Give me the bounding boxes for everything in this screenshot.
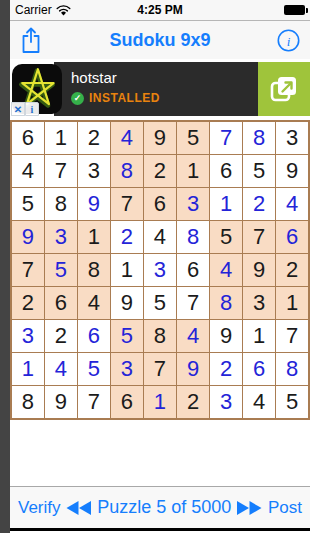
blank-area	[10, 420, 310, 486]
cell-r3c1[interactable]: 5	[12, 188, 44, 220]
cell-r9c7[interactable]: 3	[210, 386, 242, 418]
cell-r4c3[interactable]: 1	[78, 221, 110, 253]
bottom-letterbox	[10, 528, 310, 531]
ad-install-status: INSTALLED	[89, 91, 160, 105]
ad-close-button[interactable]: ✕	[11, 102, 25, 116]
cell-r9c9[interactable]: 5	[276, 386, 308, 418]
puzzle-counter: Puzzle 5 of 5000	[97, 497, 231, 518]
share-icon	[20, 27, 42, 54]
cell-r1c2[interactable]: 1	[45, 122, 77, 154]
next-puzzle-button[interactable]	[236, 500, 263, 516]
cell-r6c7[interactable]: 8	[210, 287, 242, 319]
cell-r9c3[interactable]: 7	[78, 386, 110, 418]
cell-r1c6[interactable]: 5	[177, 122, 209, 154]
adchoices-icon[interactable]: i	[25, 102, 39, 116]
cell-r1c1[interactable]: 6	[12, 122, 44, 154]
cell-r4c7[interactable]: 5	[210, 221, 242, 253]
open-external-icon	[268, 73, 300, 105]
share-button[interactable]	[20, 27, 42, 54]
cell-r3c5[interactable]: 6	[144, 188, 176, 220]
previous-puzzle-button[interactable]	[65, 500, 92, 516]
status-bar: Carrier 4:25 PM	[10, 0, 310, 21]
cell-r2c9[interactable]: 9	[276, 155, 308, 187]
cell-r5c2[interactable]: 5	[45, 254, 77, 286]
cell-r8c4[interactable]: 3	[111, 353, 143, 385]
cell-r5c5[interactable]: 3	[144, 254, 176, 286]
cell-r8c3[interactable]: 5	[78, 353, 110, 385]
cell-r2c8[interactable]: 5	[243, 155, 275, 187]
cell-r9c5[interactable]: 1	[144, 386, 176, 418]
cell-r5c1[interactable]: 7	[12, 254, 44, 286]
cell-r8c1[interactable]: 1	[12, 353, 44, 385]
cell-r4c9[interactable]: 6	[276, 221, 308, 253]
cell-r2c7[interactable]: 6	[210, 155, 242, 187]
cell-r6c4[interactable]: 9	[111, 287, 143, 319]
installed-check-icon: ✓	[71, 92, 84, 105]
cell-r8c8[interactable]: 6	[243, 353, 275, 385]
cell-r3c4[interactable]: 7	[111, 188, 143, 220]
page-title: Sudoku 9x9	[10, 30, 310, 51]
cell-r5c9[interactable]: 2	[276, 254, 308, 286]
cell-r4c5[interactable]: 4	[144, 221, 176, 253]
cell-r7c5[interactable]: 8	[144, 320, 176, 352]
cell-r3c9[interactable]: 4	[276, 188, 308, 220]
cell-r2c6[interactable]: 1	[177, 155, 209, 187]
cell-r7c9[interactable]: 7	[276, 320, 308, 352]
cell-r9c1[interactable]: 8	[12, 386, 44, 418]
cell-r1c3[interactable]: 2	[78, 122, 110, 154]
cell-r6c1[interactable]: 2	[12, 287, 44, 319]
cell-r1c4[interactable]: 4	[111, 122, 143, 154]
bottom-toolbar: Verify Puzzle 5 of 5000 Post	[10, 486, 310, 528]
cell-r3c6[interactable]: 3	[177, 188, 209, 220]
ad-app-name: hotstar	[71, 69, 160, 86]
info-icon: i	[277, 29, 300, 52]
navigation-bar: Sudoku 9x9 i	[10, 21, 310, 59]
sudoku-board: 6124957834738216595897631249312485767581…	[10, 120, 310, 420]
cell-r9c2[interactable]: 9	[45, 386, 77, 418]
carrier-label: Carrier	[15, 3, 52, 17]
cell-r9c8[interactable]: 4	[243, 386, 275, 418]
cell-r1c9[interactable]: 3	[276, 122, 308, 154]
cell-r7c8[interactable]: 1	[243, 320, 275, 352]
cell-r5c3[interactable]: 8	[78, 254, 110, 286]
cell-r3c2[interactable]: 8	[45, 188, 77, 220]
cell-r3c8[interactable]: 2	[243, 188, 275, 220]
cell-r6c8[interactable]: 3	[243, 287, 275, 319]
cell-r8c7[interactable]: 2	[210, 353, 242, 385]
cell-r8c5[interactable]: 7	[144, 353, 176, 385]
ad-open-button[interactable]	[258, 62, 310, 116]
cell-r7c2[interactable]: 2	[45, 320, 77, 352]
cell-r3c7[interactable]: 1	[210, 188, 242, 220]
cell-r5c7[interactable]: 4	[210, 254, 242, 286]
verify-button[interactable]: Verify	[18, 498, 61, 518]
cell-r4c2[interactable]: 3	[45, 221, 77, 253]
cell-r7c7[interactable]: 9	[210, 320, 242, 352]
cell-r8c2[interactable]: 4	[45, 353, 77, 385]
cell-r4c1[interactable]: 9	[12, 221, 44, 253]
wifi-icon	[56, 5, 71, 16]
cell-r4c8[interactable]: 7	[243, 221, 275, 253]
cell-r4c6[interactable]: 8	[177, 221, 209, 253]
cell-r6c3[interactable]: 4	[78, 287, 110, 319]
cell-r2c3[interactable]: 3	[78, 155, 110, 187]
cell-r7c6[interactable]: 4	[177, 320, 209, 352]
cell-r3c3[interactable]: 9	[78, 188, 110, 220]
cell-r8c6[interactable]: 9	[177, 353, 209, 385]
cell-r8c9[interactable]: 8	[276, 353, 308, 385]
cell-r1c7[interactable]: 7	[210, 122, 242, 154]
cell-r5c4[interactable]: 1	[111, 254, 143, 286]
cell-r6c2[interactable]: 6	[45, 287, 77, 319]
cell-r7c1[interactable]: 3	[12, 320, 44, 352]
cell-r4c4[interactable]: 2	[111, 221, 143, 253]
post-button[interactable]: Post	[268, 498, 302, 518]
cell-r6c5[interactable]: 5	[144, 287, 176, 319]
cell-r9c4[interactable]: 6	[111, 386, 143, 418]
cell-r7c4[interactable]: 5	[111, 320, 143, 352]
fast-forward-icon	[236, 500, 263, 516]
cell-r1c8[interactable]: 8	[243, 122, 275, 154]
rewind-icon	[65, 500, 92, 516]
cell-r2c4[interactable]: 8	[111, 155, 143, 187]
cell-r2c2[interactable]: 7	[45, 155, 77, 187]
cell-r2c1[interactable]: 4	[12, 155, 44, 187]
cell-r6c9[interactable]: 1	[276, 287, 308, 319]
cell-r1c5[interactable]: 9	[144, 122, 176, 154]
app-screen: Carrier 4:25 PM	[10, 0, 310, 533]
cell-r5c6[interactable]: 6	[177, 254, 209, 286]
cell-r2c5[interactable]: 2	[144, 155, 176, 187]
cell-r6c6[interactable]: 7	[177, 287, 209, 319]
cell-r9c6[interactable]: 2	[177, 386, 209, 418]
ad-banner[interactable]: ✕ i hotstar ✓ INSTALLED	[10, 62, 310, 116]
svg-text:i: i	[287, 33, 291, 48]
battery-icon	[284, 5, 305, 15]
cell-r5c8[interactable]: 9	[243, 254, 275, 286]
cell-r7c3[interactable]: 6	[78, 320, 110, 352]
info-button[interactable]: i	[277, 29, 300, 52]
